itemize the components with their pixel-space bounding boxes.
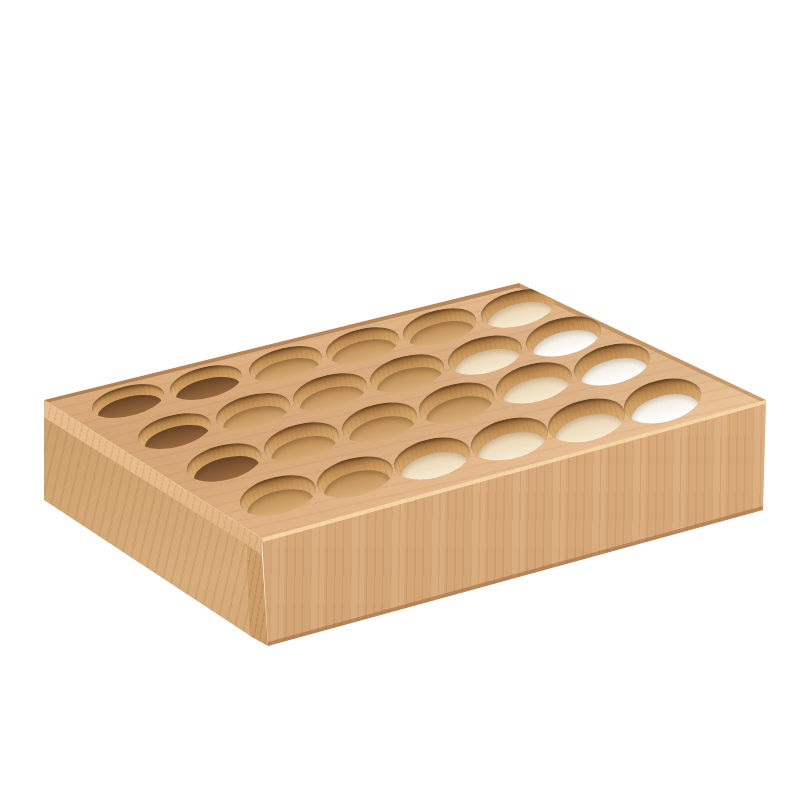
hole-interior-med [423,391,497,430]
tray-hole-r4c5-pale [543,391,629,449]
tray-hole-r1c2-dark [167,358,246,405]
tray-top-face [0,0,800,800]
tray-hole-r4c2-med [313,449,398,504]
tray-hole-r4c3-pale [389,430,474,486]
hole-interior-med [321,465,395,505]
tray-hole-r4c4-pale [466,410,552,467]
hole-interior-dark [142,420,213,456]
hole-interior-pale [397,445,472,486]
hole-interior-pale [474,426,549,467]
tray-hole-r1c1-dark [89,378,168,424]
hole-interior-med [244,484,318,523]
tray-hole-r3c1-dark [183,436,265,488]
tray-hole-r4c1-med [236,469,320,523]
tray-hole-r3c2-med [260,416,343,468]
tray-hole-r3c3-med [337,396,420,449]
hole-interior-dark [190,450,262,488]
hole-interior-pale [500,371,574,411]
holes-layer [0,0,800,800]
bamboo-tray-photo [0,0,800,800]
hole-interior-med [345,410,418,449]
tray-hole-r2c1-dark [135,407,216,456]
hole-interior-med [268,430,341,468]
hole-interior-dark [95,390,164,424]
